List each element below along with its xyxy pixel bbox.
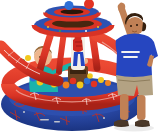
spiderman-column	[68, 34, 88, 84]
ball-on-hoop-blue	[65, 1, 74, 10]
boy-leg-left	[120, 94, 129, 120]
boy-shadow	[114, 125, 154, 132]
scene-illustration	[0, 0, 160, 135]
boy-shorts	[116, 75, 153, 96]
boy-leg-right	[137, 95, 146, 120]
product-photo-ball-pit-playset	[0, 0, 160, 135]
